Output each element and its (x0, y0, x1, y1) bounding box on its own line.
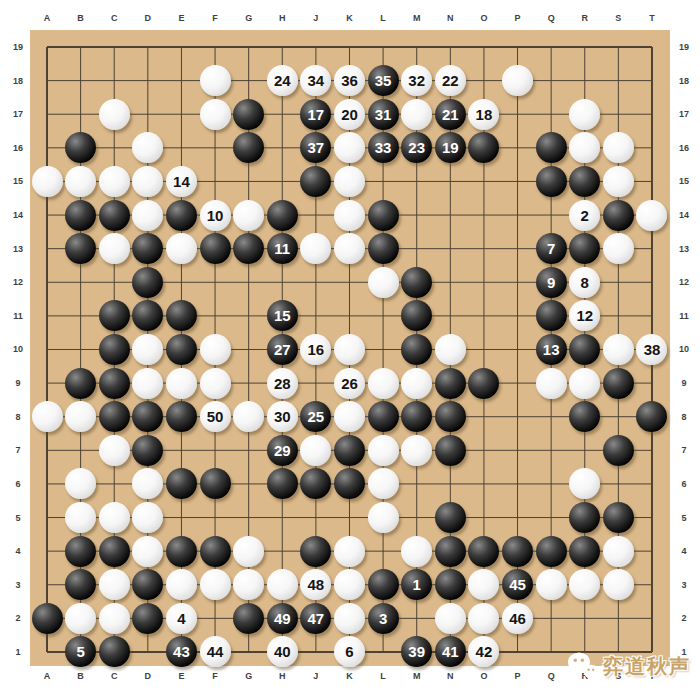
white-stone-E13 (166, 233, 197, 264)
black-stone-N8 (435, 401, 466, 432)
move-number: 9 (547, 275, 555, 290)
black-stone-L14 (368, 200, 399, 231)
row-label-right: 19 (679, 42, 689, 52)
black-stone-C10 (99, 334, 130, 365)
col-label-top: F (212, 13, 218, 23)
move-number: 10 (207, 208, 224, 223)
move-number: 34 (308, 73, 325, 88)
black-stone-S9 (603, 368, 634, 399)
col-label-bottom: A (44, 671, 51, 681)
white-stone-C15 (99, 166, 130, 197)
black-stone-F4 (200, 536, 231, 567)
black-stone-L18: 35 (368, 65, 399, 96)
col-label-top: P (515, 13, 521, 23)
white-stone-N2 (435, 603, 466, 634)
move-number: 37 (308, 140, 325, 155)
move-number: 19 (442, 140, 459, 155)
white-stone-K18: 36 (334, 65, 365, 96)
move-number: 11 (274, 241, 290, 256)
black-stone-E14 (166, 200, 197, 231)
col-label-top: J (313, 13, 318, 23)
move-number: 23 (408, 140, 425, 155)
white-stone-R9 (569, 368, 600, 399)
black-stone-M12 (401, 267, 432, 298)
row-label-right: 8 (681, 412, 686, 422)
white-stone-F10 (200, 334, 231, 365)
white-stone-F14: 10 (200, 200, 231, 231)
move-number: 27 (274, 342, 291, 357)
col-label-top: S (615, 13, 621, 23)
col-label-top: E (178, 13, 184, 23)
black-stone-F6 (200, 468, 231, 499)
black-stone-N16: 19 (435, 132, 466, 163)
col-label-top: O (480, 13, 487, 23)
col-label-top: C (111, 13, 118, 23)
row-label-left: 1 (15, 647, 20, 657)
black-stone-L17: 31 (368, 99, 399, 130)
row-label-left: 19 (13, 42, 23, 52)
black-stone-S5 (603, 502, 634, 533)
black-stone-L8 (368, 401, 399, 432)
move-number: 33 (375, 140, 392, 155)
black-stone-S7 (603, 435, 634, 466)
black-stone-H11: 15 (267, 300, 298, 331)
black-stone-D12 (132, 267, 163, 298)
black-stone-B14 (65, 200, 96, 231)
move-number: 15 (274, 308, 291, 323)
white-stone-K9: 26 (334, 368, 365, 399)
white-stone-M17 (401, 99, 432, 130)
row-label-left: 13 (13, 244, 23, 254)
wechat-icon (566, 649, 600, 683)
move-number: 25 (308, 409, 325, 424)
white-stone-A8 (32, 401, 63, 432)
black-stone-L16: 33 (368, 132, 399, 163)
white-stone-H18: 24 (267, 65, 298, 96)
move-number: 8 (581, 275, 589, 290)
black-stone-O9 (468, 368, 499, 399)
col-label-bottom: F (212, 671, 218, 681)
black-stone-N7 (435, 435, 466, 466)
white-stone-L7 (368, 435, 399, 466)
black-stone-J17: 17 (300, 99, 331, 130)
row-label-right: 7 (681, 445, 686, 455)
white-stone-M4 (401, 536, 432, 567)
col-label-bottom: P (515, 671, 521, 681)
row-label-left: 3 (15, 580, 20, 590)
black-stone-R4 (569, 536, 600, 567)
col-label-top: K (346, 13, 353, 23)
black-stone-S14 (603, 200, 634, 231)
move-number: 50 (207, 409, 224, 424)
move-number: 26 (341, 376, 358, 391)
col-label-bottom: O (480, 671, 487, 681)
white-stone-S10 (603, 334, 634, 365)
white-stone-L5 (368, 502, 399, 533)
white-stone-R17 (569, 99, 600, 130)
white-stone-H3 (267, 569, 298, 600)
white-stone-B15 (65, 166, 96, 197)
black-stone-Q13: 7 (536, 233, 567, 264)
black-stone-N5 (435, 502, 466, 533)
white-stone-R12: 8 (569, 267, 600, 298)
white-stone-C7 (99, 435, 130, 466)
white-stone-K13 (334, 233, 365, 264)
col-label-bottom: M (413, 671, 421, 681)
move-number: 5 (76, 644, 84, 659)
move-number: 30 (274, 409, 291, 424)
black-stone-P4 (502, 536, 533, 567)
black-stone-Q11 (536, 300, 567, 331)
white-stone-F1: 44 (200, 636, 231, 667)
row-label-left: 10 (13, 344, 23, 354)
white-stone-L6 (368, 468, 399, 499)
row-label-right: 15 (679, 176, 689, 186)
white-stone-K8 (334, 401, 365, 432)
row-label-right: 14 (679, 210, 689, 220)
white-stone-H9: 28 (267, 368, 298, 399)
black-stone-Q10: 13 (536, 334, 567, 365)
move-number: 1 (413, 577, 421, 592)
white-stone-N18: 22 (435, 65, 466, 96)
col-label-top: M (413, 13, 421, 23)
black-stone-N3 (435, 569, 466, 600)
col-label-bottom: N (447, 671, 454, 681)
white-stone-F9 (200, 368, 231, 399)
white-stone-S13 (603, 233, 634, 264)
white-stone-L9 (368, 368, 399, 399)
move-number: 28 (274, 376, 291, 391)
black-stone-G2 (233, 603, 264, 634)
black-stone-H13: 11 (267, 233, 298, 264)
white-stone-F3 (200, 569, 231, 600)
row-label-right: 10 (679, 344, 689, 354)
move-number: 49 (274, 611, 291, 626)
white-stone-P18 (502, 65, 533, 96)
black-stone-Q16 (536, 132, 567, 163)
move-number: 22 (442, 73, 459, 88)
row-label-right: 13 (679, 244, 689, 254)
white-stone-S3 (603, 569, 634, 600)
black-stone-C9 (99, 368, 130, 399)
black-stone-Q12: 9 (536, 267, 567, 298)
black-stone-R15 (569, 166, 600, 197)
col-label-top: B (77, 13, 84, 23)
white-stone-D14 (132, 200, 163, 231)
white-stone-C5 (99, 502, 130, 533)
white-stone-G14 (233, 200, 264, 231)
white-stone-J7 (300, 435, 331, 466)
move-number: 41 (442, 644, 459, 659)
white-stone-M9 (401, 368, 432, 399)
white-stone-S16 (603, 132, 634, 163)
white-stone-S15 (603, 166, 634, 197)
black-stone-L2: 3 (368, 603, 399, 634)
move-number: 32 (408, 73, 425, 88)
watermark: 弈道秋声 (566, 649, 691, 683)
move-number: 29 (274, 443, 291, 458)
black-stone-B4 (65, 536, 96, 567)
move-number: 6 (345, 644, 353, 659)
white-stone-D9 (132, 368, 163, 399)
white-stone-B2 (65, 603, 96, 634)
row-label-right: 6 (681, 479, 686, 489)
col-label-top: N (447, 13, 454, 23)
row-label-right: 17 (679, 109, 689, 119)
move-number: 7 (547, 241, 555, 256)
black-stone-H14 (267, 200, 298, 231)
row-label-left: 2 (15, 613, 20, 623)
col-label-bottom: B (77, 671, 84, 681)
move-number: 46 (509, 611, 526, 626)
col-label-top: G (245, 13, 252, 23)
row-label-left: 6 (15, 479, 20, 489)
white-stone-F18 (200, 65, 231, 96)
white-stone-Q9 (536, 368, 567, 399)
move-number: 14 (173, 174, 190, 189)
white-stone-K2 (334, 603, 365, 634)
white-stone-A15 (32, 166, 63, 197)
white-stone-D4 (132, 536, 163, 567)
white-stone-E9 (166, 368, 197, 399)
black-stone-O4 (468, 536, 499, 567)
black-stone-A2 (32, 603, 63, 634)
move-number: 3 (379, 611, 387, 626)
black-stone-C4 (99, 536, 130, 567)
watermark-text: 弈道秋声 (603, 653, 691, 680)
white-stone-C3 (99, 569, 130, 600)
black-stone-H2: 49 (267, 603, 298, 634)
black-stone-H6 (267, 468, 298, 499)
move-number: 31 (375, 107, 392, 122)
col-label-bottom: G (245, 671, 252, 681)
white-stone-K4 (334, 536, 365, 567)
white-stone-N10 (435, 334, 466, 365)
col-label-top: T (649, 13, 655, 23)
white-stone-C17 (99, 99, 130, 130)
row-label-left: 8 (15, 412, 20, 422)
col-label-top: L (380, 13, 386, 23)
row-label-right: 16 (679, 143, 689, 153)
move-number: 39 (408, 644, 425, 659)
black-stone-J4 (300, 536, 331, 567)
row-label-left: 5 (15, 513, 20, 523)
white-stone-L12 (368, 267, 399, 298)
white-stone-H8: 30 (267, 401, 298, 432)
black-stone-C1 (99, 636, 130, 667)
white-stone-E15: 14 (166, 166, 197, 197)
col-label-top: R (582, 13, 589, 23)
row-label-right: 3 (681, 580, 686, 590)
white-stone-O17: 18 (468, 99, 499, 130)
move-number: 45 (509, 577, 526, 592)
row-label-left: 17 (13, 109, 23, 119)
white-stone-G4 (233, 536, 264, 567)
move-number: 13 (543, 342, 560, 357)
white-stone-K14 (334, 200, 365, 231)
white-stone-K15 (334, 166, 365, 197)
row-label-right: 9 (681, 378, 686, 388)
white-stone-T14 (636, 200, 667, 231)
white-stone-E3 (166, 569, 197, 600)
move-number: 21 (442, 107, 459, 122)
move-number: 44 (207, 644, 224, 659)
col-label-bottom: Q (548, 671, 555, 681)
go-diagram: AABBCCDDEEFFGGHHJJKKLLMMNNOOPPQQRRSSTT19… (0, 0, 700, 700)
white-stone-F8: 50 (200, 401, 231, 432)
row-label-left: 12 (13, 277, 23, 287)
move-number: 24 (274, 73, 291, 88)
row-label-left: 16 (13, 143, 23, 153)
black-stone-N9 (435, 368, 466, 399)
black-stone-H10: 27 (267, 334, 298, 365)
move-number: 36 (341, 73, 358, 88)
white-stone-E2: 4 (166, 603, 197, 634)
row-label-left: 9 (15, 378, 20, 388)
move-number: 18 (476, 107, 493, 122)
col-label-bottom: H (279, 671, 286, 681)
row-label-right: 2 (681, 613, 686, 623)
col-label-bottom: C (111, 671, 118, 681)
white-stone-F17 (200, 99, 231, 130)
row-label-right: 11 (679, 311, 689, 321)
row-label-right: 4 (681, 546, 686, 556)
move-number: 17 (308, 107, 325, 122)
black-stone-C14 (99, 200, 130, 231)
move-number: 38 (644, 342, 661, 357)
black-stone-M10 (401, 334, 432, 365)
black-stone-E8 (166, 401, 197, 432)
col-label-bottom: E (178, 671, 184, 681)
move-number: 48 (308, 577, 325, 592)
col-label-top: H (279, 13, 286, 23)
white-stone-B5 (65, 502, 96, 533)
move-number: 2 (581, 208, 589, 223)
col-label-top: A (44, 13, 51, 23)
black-stone-Q15 (536, 166, 567, 197)
move-number: 12 (576, 308, 593, 323)
col-label-top: D (145, 13, 152, 23)
black-stone-K7 (334, 435, 365, 466)
white-stone-K10 (334, 334, 365, 365)
white-stone-S4 (603, 536, 634, 567)
black-stone-C8 (99, 401, 130, 432)
black-stone-N4 (435, 536, 466, 567)
move-number: 35 (375, 73, 392, 88)
white-stone-K17: 20 (334, 99, 365, 130)
row-label-left: 14 (13, 210, 23, 220)
white-stone-R14: 2 (569, 200, 600, 231)
white-stone-C2 (99, 603, 130, 634)
row-label-left: 7 (15, 445, 20, 455)
col-label-bottom: L (380, 671, 386, 681)
col-label-bottom: D (145, 671, 152, 681)
black-stone-N17: 21 (435, 99, 466, 130)
black-stone-E4 (166, 536, 197, 567)
black-stone-D2 (132, 603, 163, 634)
white-stone-M7 (401, 435, 432, 466)
row-label-left: 15 (13, 176, 23, 186)
move-number: 42 (476, 644, 493, 659)
black-stone-G17 (233, 99, 264, 130)
row-label-left: 18 (13, 76, 23, 86)
black-stone-L13 (368, 233, 399, 264)
row-label-right: 18 (679, 76, 689, 86)
black-stone-Q4 (536, 536, 567, 567)
move-number: 4 (177, 611, 185, 626)
row-label-left: 11 (13, 311, 23, 321)
move-number: 40 (274, 644, 291, 659)
row-label-left: 4 (15, 546, 20, 556)
row-label-right: 12 (679, 277, 689, 287)
move-number: 43 (173, 644, 190, 659)
white-stone-Q3 (536, 569, 567, 600)
move-number: 47 (308, 611, 325, 626)
col-label-top: Q (548, 13, 555, 23)
black-stone-B9 (65, 368, 96, 399)
white-stone-C13 (99, 233, 130, 264)
black-stone-D7 (132, 435, 163, 466)
black-stone-C11 (99, 300, 130, 331)
row-label-right: 5 (681, 513, 686, 523)
move-number: 16 (308, 342, 325, 357)
move-number: 20 (341, 107, 358, 122)
black-stone-H7: 29 (267, 435, 298, 466)
black-stone-F13 (200, 233, 231, 264)
col-label-bottom: J (313, 671, 318, 681)
white-stone-P2: 46 (502, 603, 533, 634)
col-label-bottom: K (346, 671, 353, 681)
black-stone-L3 (368, 569, 399, 600)
black-stone-E10 (166, 334, 197, 365)
